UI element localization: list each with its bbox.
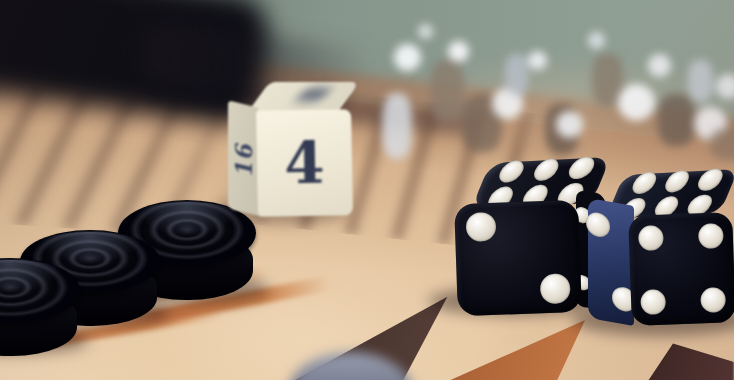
die-left[interactable] [452,158,604,308]
doubling-cube-front-value: 4 [284,129,326,198]
doubling-cube-side-value: 16 [230,138,257,179]
die-pip [638,225,664,251]
die-pip [629,172,660,194]
die-right[interactable] [588,170,734,324]
die-right-left-face [588,198,634,326]
doubling-cube-blurred-numeral [294,88,333,101]
die-pip [540,274,571,305]
doubling-cube[interactable]: 16 4 [226,82,352,220]
die-pip [662,170,693,192]
doubling-cube-side-face: 16 [228,100,258,215]
die-left-front-face [454,200,582,316]
backgammon-photo-scene: 16 4 [0,0,734,380]
die-pip [466,211,497,242]
black-checker-1[interactable] [0,258,80,356]
die-pip [698,223,724,249]
die-right-front-face [628,212,734,326]
die-pip [700,287,726,313]
die-pip [586,211,610,239]
die-pip [695,168,726,190]
die-pip [495,160,527,184]
doubling-cube-front-face: 4 [256,109,353,217]
die-pip [530,158,562,182]
die-pip [640,289,666,315]
